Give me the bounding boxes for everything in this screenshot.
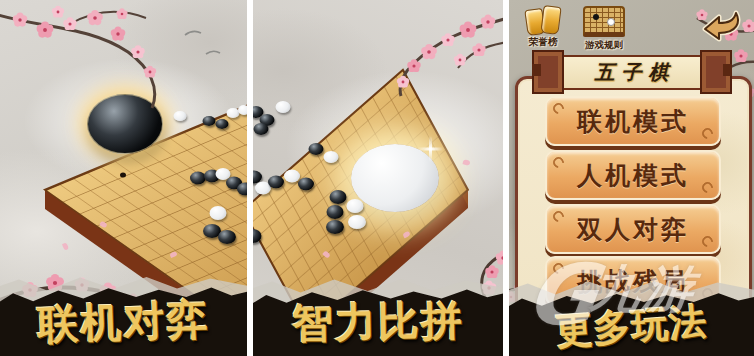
return-arrow-icon xyxy=(700,8,746,44)
two-player-mode-label: 双人对弈 xyxy=(577,213,689,246)
star-point xyxy=(120,173,126,178)
black-stone xyxy=(298,178,314,191)
black-stone xyxy=(253,229,262,243)
white-stone xyxy=(174,111,187,121)
white-stone xyxy=(348,215,366,229)
promo-screenshot-set: 联机对弈 xyxy=(0,0,754,356)
mini-go-board-icon xyxy=(583,6,625,37)
title-banner: 五子棋 xyxy=(532,50,732,94)
white-stone xyxy=(238,105,247,115)
white-stone xyxy=(324,151,339,163)
black-stone xyxy=(309,143,324,155)
white-stone xyxy=(347,199,364,213)
two-player-mode-button[interactable]: 双人对弈 xyxy=(545,204,721,254)
game-rules-button[interactable]: 游戏规则 xyxy=(573,6,635,52)
black-stone xyxy=(254,123,269,135)
black-stone xyxy=(327,205,344,219)
game-rules-label: 游戏规则 xyxy=(573,39,635,52)
caption-battle-of-wits: 智力比拼 xyxy=(253,293,503,352)
white-stone xyxy=(276,101,291,113)
black-stone xyxy=(268,176,284,189)
black-stone xyxy=(330,190,347,204)
online-mode-button[interactable]: 联机模式 xyxy=(545,96,721,146)
black-stone-featured xyxy=(87,94,163,154)
back-button[interactable] xyxy=(700,8,746,44)
gold-jars-icon xyxy=(523,6,563,34)
black-stone xyxy=(203,116,216,126)
white-stone xyxy=(210,206,227,220)
banner-end-cap xyxy=(532,50,564,94)
panel-online-play: 联机对弈 xyxy=(0,0,247,356)
black-stone xyxy=(216,119,229,129)
sparkle xyxy=(418,148,444,151)
black-stone xyxy=(326,220,344,234)
panel-battle-of-wits: 智力比拼 xyxy=(253,0,503,356)
banner-ribbon: 五子棋 xyxy=(559,55,705,90)
panel-main-menu: 荣誉榜 游戏规则 五子棋 联机模式 人机模式 双人对弈 xyxy=(509,0,754,356)
caption-online-play: 联机对弈 xyxy=(0,291,247,355)
black-stone xyxy=(237,183,247,196)
vs-ai-mode-button[interactable]: 人机模式 xyxy=(545,150,721,200)
vs-ai-mode-label: 人机模式 xyxy=(577,159,689,192)
honor-roll-button[interactable]: 荣誉榜 xyxy=(515,6,571,49)
online-mode-label: 联机模式 xyxy=(577,105,689,138)
white-stone-featured xyxy=(351,144,439,212)
game-title: 五子棋 xyxy=(588,59,676,86)
honor-roll-label: 荣誉榜 xyxy=(515,36,571,49)
black-stone xyxy=(218,230,236,244)
banner-end-cap xyxy=(700,50,732,94)
